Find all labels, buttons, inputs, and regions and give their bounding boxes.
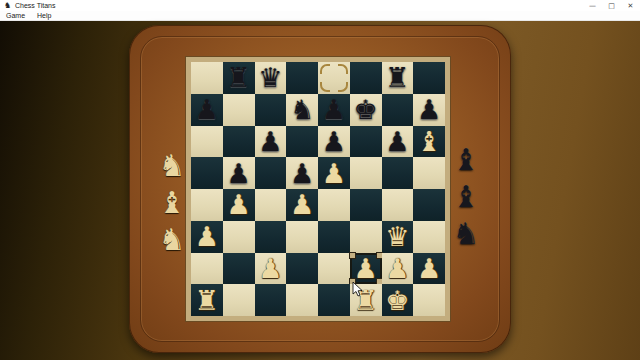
black-pawn-d5[interactable]: ♟ (286, 157, 318, 189)
chess-titans-window: ♞ Chess Titans — □ ✕ Game Help ♜♛♜♟♞♟♚♟♟… (0, 0, 640, 360)
white-pawn-g2[interactable]: ♟ (382, 253, 414, 285)
board-trim: ♜♛♜♟♞♟♚♟♟♟♟♝♟♟♟♟♟♟♛♟♟♟♟♜♜♚ (186, 57, 450, 321)
square-g2[interactable]: ♟ (382, 253, 414, 285)
square-a2[interactable] (191, 253, 223, 285)
black-rook-g8[interactable]: ♜ (382, 62, 414, 94)
minimize-button[interactable]: — (583, 0, 602, 11)
white-pawn-b4[interactable]: ♟ (223, 189, 255, 221)
square-a1[interactable]: ♜ (191, 284, 223, 316)
square-b4[interactable]: ♟ (223, 189, 255, 221)
white-pawn-d4[interactable]: ♟ (286, 189, 318, 221)
square-g4[interactable] (382, 189, 414, 221)
white-rook-f1[interactable]: ♜ (350, 284, 382, 316)
white-pawn-a3[interactable]: ♟ (191, 221, 223, 253)
square-f3[interactable] (350, 221, 382, 253)
black-pawn-e6[interactable]: ♟ (318, 126, 350, 158)
chess-board: ♜♛♜♟♞♟♚♟♟♟♟♝♟♟♟♟♟♟♛♟♟♟♟♜♜♚ (191, 62, 445, 316)
square-h5[interactable] (413, 157, 445, 189)
square-e6[interactable]: ♟ (318, 126, 350, 158)
square-b5[interactable]: ♟ (223, 157, 255, 189)
square-d1[interactable] (286, 284, 318, 316)
square-g5[interactable] (382, 157, 414, 189)
square-b1[interactable] (223, 284, 255, 316)
square-f5[interactable] (350, 157, 382, 189)
square-a6[interactable] (191, 126, 223, 158)
square-h3[interactable] (413, 221, 445, 253)
square-h8[interactable] (413, 62, 445, 94)
square-g1[interactable]: ♚ (382, 284, 414, 316)
square-g7[interactable] (382, 94, 414, 126)
square-e3[interactable] (318, 221, 350, 253)
square-g8[interactable]: ♜ (382, 62, 414, 94)
black-knight-d7[interactable]: ♞ (286, 94, 318, 126)
close-button[interactable]: ✕ (621, 0, 640, 11)
white-pawn-e5[interactable]: ♟ (318, 157, 350, 189)
square-g3[interactable]: ♛ (382, 221, 414, 253)
game-area: ♜♛♜♟♞♟♚♟♟♟♟♝♟♟♟♟♟♟♛♟♟♟♟♜♜♚ ♞♝♞ ♝♝♞ (0, 21, 640, 360)
square-h1[interactable] (413, 284, 445, 316)
square-f4[interactable] (350, 189, 382, 221)
square-f7[interactable]: ♚ (350, 94, 382, 126)
white-pawn-h2[interactable]: ♟ (413, 253, 445, 285)
square-a8[interactable] (191, 62, 223, 94)
square-a4[interactable] (191, 189, 223, 221)
square-b8[interactable]: ♜ (223, 62, 255, 94)
square-c8[interactable]: ♛ (255, 62, 287, 94)
square-b6[interactable] (223, 126, 255, 158)
white-pawn-c2[interactable]: ♟ (255, 253, 287, 285)
black-rook-b8[interactable]: ♜ (223, 62, 255, 94)
black-pawn-c6[interactable]: ♟ (255, 126, 287, 158)
square-h7[interactable]: ♟ (413, 94, 445, 126)
square-f1[interactable]: ♜ (350, 284, 382, 316)
square-d7[interactable]: ♞ (286, 94, 318, 126)
captured-white-knight-0: ♞ (154, 147, 190, 184)
square-g6[interactable]: ♟ (382, 126, 414, 158)
window-titlebar: ♞ Chess Titans — □ ✕ (0, 0, 640, 11)
black-pawn-h7[interactable]: ♟ (413, 94, 445, 126)
square-f6[interactable] (350, 126, 382, 158)
window-title: Chess Titans (15, 2, 583, 9)
square-c6[interactable]: ♟ (255, 126, 287, 158)
square-a5[interactable] (191, 157, 223, 189)
white-bishop-h6[interactable]: ♝ (413, 126, 445, 158)
captured-black-bishop-0: ♝ (448, 141, 484, 178)
square-c2[interactable]: ♟ (255, 253, 287, 285)
square-d2[interactable] (286, 253, 318, 285)
square-e7[interactable]: ♟ (318, 94, 350, 126)
captured-black-bishop-1: ♝ (448, 178, 484, 215)
captured-white-knight-2: ♞ (154, 221, 190, 258)
square-e1[interactable] (318, 284, 350, 316)
square-c1[interactable] (255, 284, 287, 316)
maximize-button[interactable]: □ (602, 0, 621, 11)
square-b3[interactable] (223, 221, 255, 253)
black-pawn-b5[interactable]: ♟ (223, 157, 255, 189)
square-a3[interactable]: ♟ (191, 221, 223, 253)
knight-icon: ♞ (4, 2, 11, 9)
black-queen-c8[interactable]: ♛ (255, 62, 287, 94)
square-f8[interactable] (350, 62, 382, 94)
square-e2[interactable] (318, 253, 350, 285)
square-f2[interactable]: ♟ (350, 253, 382, 285)
white-queen-g3[interactable]: ♛ (382, 221, 414, 253)
square-c4[interactable] (255, 189, 287, 221)
captured-tray-black: ♝♝♞ (448, 141, 484, 252)
square-d6[interactable] (286, 126, 318, 158)
menu-item-help[interactable]: Help (31, 12, 57, 19)
black-king-f7[interactable]: ♚ (350, 94, 382, 126)
square-e8[interactable] (318, 62, 350, 94)
black-pawn-e7[interactable]: ♟ (318, 94, 350, 126)
square-h4[interactable] (413, 189, 445, 221)
square-e4[interactable] (318, 189, 350, 221)
square-b2[interactable] (223, 253, 255, 285)
black-pawn-g6[interactable]: ♟ (382, 126, 414, 158)
square-d3[interactable] (286, 221, 318, 253)
square-d4[interactable]: ♟ (286, 189, 318, 221)
white-pawn-f2[interactable]: ♟ (350, 253, 382, 285)
white-rook-a1[interactable]: ♜ (191, 284, 223, 316)
black-pawn-a7[interactable]: ♟ (191, 94, 223, 126)
move-marker-e8 (320, 64, 348, 92)
white-king-g1[interactable]: ♚ (382, 284, 414, 316)
square-c3[interactable] (255, 221, 287, 253)
square-h2[interactable]: ♟ (413, 253, 445, 285)
captured-tray-white: ♞♝♞ (154, 147, 190, 258)
captured-black-knight-2: ♞ (448, 215, 484, 252)
square-e5[interactable]: ♟ (318, 157, 350, 189)
square-d5[interactable]: ♟ (286, 157, 318, 189)
captured-white-bishop-1: ♝ (154, 184, 190, 221)
menu-item-game[interactable]: Game (0, 12, 31, 19)
menubar: Game Help (0, 11, 640, 21)
square-d8[interactable] (286, 62, 318, 94)
square-h6[interactable]: ♝ (413, 126, 445, 158)
square-c7[interactable] (255, 94, 287, 126)
square-c5[interactable] (255, 157, 287, 189)
square-a7[interactable]: ♟ (191, 94, 223, 126)
square-b7[interactable] (223, 94, 255, 126)
